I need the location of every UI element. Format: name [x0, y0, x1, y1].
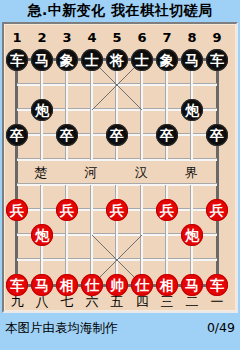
piece-black-rook[interactable]: 车	[206, 49, 228, 71]
page-title: 急.中新变化 我在棋社切磋局	[0, 2, 240, 20]
piece-black-soldier[interactable]: 卒	[106, 124, 128, 146]
footer: 本图片由袁均海制作 0/49	[0, 320, 240, 337]
piece-black-soldier[interactable]: 卒	[206, 124, 228, 146]
river-label: 楚河汉界	[34, 163, 198, 183]
river-char: 界	[185, 164, 198, 182]
piece-black-advisor[interactable]: 士	[131, 49, 153, 71]
piece-red-soldier[interactable]: 兵	[156, 199, 178, 221]
piece-red-elephant[interactable]: 相	[156, 274, 178, 296]
piece-red-horse[interactable]: 马	[181, 274, 203, 296]
piece-black-soldier[interactable]: 卒	[156, 124, 178, 146]
piece-black-general[interactable]: 将	[106, 49, 128, 71]
credit-text: 本图片由袁均海制作	[5, 320, 118, 337]
piece-red-advisor[interactable]: 仕	[131, 274, 153, 296]
piece-black-soldier[interactable]: 卒	[6, 124, 28, 146]
piece-red-rook[interactable]: 车	[206, 274, 228, 296]
piece-red-soldier[interactable]: 兵	[56, 199, 78, 221]
piece-red-cannon[interactable]: 炮	[181, 224, 203, 246]
piece-red-soldier[interactable]: 兵	[6, 199, 28, 221]
piece-red-advisor[interactable]: 仕	[81, 274, 103, 296]
xiangqi-viewer: 急.中新变化 我在棋社切磋局 123456789 楚河汉界 车马象士将士象马车炮…	[0, 0, 240, 350]
piece-red-elephant[interactable]: 相	[56, 274, 78, 296]
river-char: 楚	[34, 164, 47, 182]
piece-red-cannon[interactable]: 炮	[31, 224, 53, 246]
piece-black-rook[interactable]: 车	[6, 49, 28, 71]
piece-black-advisor[interactable]: 士	[81, 49, 103, 71]
piece-red-general[interactable]: 帅	[106, 274, 128, 296]
river-char: 河	[84, 164, 97, 182]
piece-black-soldier[interactable]: 卒	[56, 124, 78, 146]
piece-black-cannon[interactable]: 炮	[31, 99, 53, 121]
piece-black-elephant[interactable]: 象	[156, 49, 178, 71]
move-counter: 0/49	[207, 320, 235, 337]
piece-red-horse[interactable]: 马	[31, 274, 53, 296]
river-char: 汉	[135, 164, 148, 182]
piece-black-horse[interactable]: 马	[181, 49, 203, 71]
piece-red-rook[interactable]: 车	[6, 274, 28, 296]
piece-black-cannon[interactable]: 炮	[181, 99, 203, 121]
piece-red-soldier[interactable]: 兵	[106, 199, 128, 221]
piece-red-soldier[interactable]: 兵	[206, 199, 228, 221]
piece-black-horse[interactable]: 马	[31, 49, 53, 71]
xiangqi-board: 123456789 楚河汉界 车马象士将士象马车炮炮卒卒卒卒卒兵兵兵兵兵炮炮车马…	[2, 22, 238, 313]
piece-black-elephant[interactable]: 象	[56, 49, 78, 71]
